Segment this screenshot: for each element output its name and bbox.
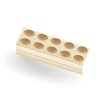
product-photo-stage	[0, 0, 100, 100]
